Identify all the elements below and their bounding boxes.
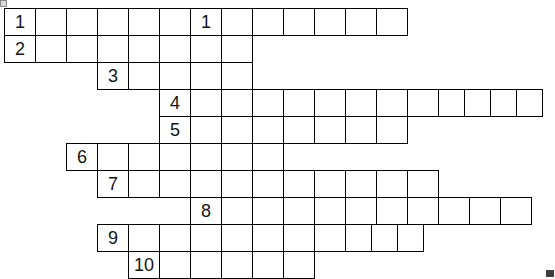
grid-row-6: 6 — [66, 143, 284, 171]
cell-r10c8[interactable] — [221, 251, 253, 279]
row-label-5[interactable]: 5 — [159, 116, 191, 144]
cell-r7c13[interactable] — [376, 170, 408, 198]
cell-r9c6[interactable] — [159, 224, 191, 252]
cell-r4c17[interactable] — [490, 89, 517, 117]
corner-mark-artifact — [546, 270, 554, 277]
cell-r3c6[interactable] — [159, 62, 191, 90]
cell-r5c7[interactable] — [190, 116, 222, 144]
solution-column-marker[interactable]: 1 — [190, 8, 222, 36]
cell-r7c6[interactable] — [159, 170, 191, 198]
cell-r4c14[interactable] — [407, 89, 439, 117]
cell-r9c9[interactable] — [252, 224, 284, 252]
cell-r2c7[interactable] — [190, 35, 222, 63]
cell-r7c7[interactable] — [190, 170, 222, 198]
cell-r6c7[interactable] — [190, 143, 222, 171]
cell-r7c12[interactable] — [345, 170, 377, 198]
cell-r8c11[interactable] — [314, 197, 346, 225]
row-label-6[interactable]: 6 — [66, 143, 98, 171]
grid-row-9: 9 — [97, 224, 424, 252]
cell-r5c13[interactable] — [376, 116, 408, 144]
row-label-10[interactable]: 10 — [128, 251, 160, 279]
cell-r8c8[interactable] — [221, 197, 253, 225]
cell-r7c10[interactable] — [283, 170, 315, 198]
cell-r8c12[interactable] — [345, 197, 377, 225]
cell-r7c11[interactable] — [314, 170, 346, 198]
cell-r9c14[interactable] — [397, 224, 424, 252]
cell-r10c9[interactable] — [252, 251, 284, 279]
cell-r1c11[interactable] — [314, 8, 346, 36]
cell-r6c6[interactable] — [159, 143, 191, 171]
cell-r4c13[interactable] — [376, 89, 408, 117]
cell-r6c8[interactable] — [221, 143, 253, 171]
cell-r2c4[interactable] — [97, 35, 129, 63]
row-label-8[interactable]: 8 — [190, 197, 222, 225]
cell-r1c4[interactable] — [97, 8, 129, 36]
cell-r6c5[interactable] — [128, 143, 160, 171]
cell-r6c4[interactable] — [97, 143, 129, 171]
cell-r9c8[interactable] — [221, 224, 253, 252]
cell-r7c14[interactable] — [407, 170, 439, 198]
cell-r10c7[interactable] — [190, 251, 222, 279]
cell-r4c10[interactable] — [283, 89, 315, 117]
cell-r9c12[interactable] — [345, 224, 372, 252]
cell-r10c6[interactable] — [159, 251, 191, 279]
cell-r4c9[interactable] — [252, 89, 284, 117]
cell-r5c10[interactable] — [283, 116, 315, 144]
cell-r1c5[interactable] — [128, 8, 160, 36]
cell-r7c5[interactable] — [128, 170, 160, 198]
row-label-7[interactable]: 7 — [97, 170, 129, 198]
cell-r5c8[interactable] — [221, 116, 253, 144]
grid-row-1: 11 — [4, 8, 408, 36]
cell-r4c11[interactable] — [314, 89, 346, 117]
cell-r2c8[interactable] — [221, 35, 253, 63]
cell-r5c11[interactable] — [314, 116, 346, 144]
cell-r4c16[interactable] — [464, 89, 491, 117]
grid-row-2: 2 — [4, 35, 253, 63]
cell-r10c10[interactable] — [283, 251, 315, 279]
cell-r1c2[interactable] — [35, 8, 67, 36]
row-label-3[interactable]: 3 — [97, 62, 129, 90]
cell-r5c12[interactable] — [345, 116, 377, 144]
cell-r4c12[interactable] — [345, 89, 377, 117]
cell-r9c7[interactable] — [190, 224, 222, 252]
cell-r2c5[interactable] — [128, 35, 160, 63]
cell-r8c14[interactable] — [407, 197, 439, 225]
cell-r7c8[interactable] — [221, 170, 253, 198]
grid-row-8: 8 — [190, 197, 532, 225]
cell-r2c2[interactable] — [35, 35, 67, 63]
grid-row-7: 7 — [97, 170, 439, 198]
cell-r4c7[interactable] — [190, 89, 222, 117]
cell-r4c15[interactable] — [438, 89, 465, 117]
cell-r1c6[interactable] — [159, 8, 191, 36]
grid-row-10: 10 — [128, 251, 315, 279]
cell-r3c7[interactable] — [190, 62, 222, 90]
cell-r8c15[interactable] — [438, 197, 470, 225]
resize-handle-artifact — [0, 0, 7, 7]
row-label-2[interactable]: 2 — [4, 35, 36, 63]
cell-r4c18[interactable] — [516, 89, 543, 117]
cell-r7c9[interactable] — [252, 170, 284, 198]
cell-r3c8[interactable] — [221, 62, 253, 90]
puzzle-canvas: 112345678910 — [0, 0, 555, 279]
cell-r1c10[interactable] — [283, 8, 315, 36]
cell-r9c13[interactable] — [371, 224, 398, 252]
cell-r1c12[interactable] — [345, 8, 377, 36]
cell-r5c9[interactable] — [252, 116, 284, 144]
cell-r8c16[interactable] — [469, 197, 501, 225]
row-label-4[interactable]: 4 — [159, 89, 191, 117]
cell-r8c9[interactable] — [252, 197, 284, 225]
grid-row-4: 4 — [159, 89, 543, 117]
grid-row-3: 3 — [97, 62, 253, 90]
cell-r6c9[interactable] — [252, 143, 284, 171]
cell-r9c11[interactable] — [314, 224, 346, 252]
cell-r8c13[interactable] — [376, 197, 408, 225]
grid-row-5: 5 — [159, 116, 408, 144]
cell-r8c17[interactable] — [500, 197, 532, 225]
cell-r8c10[interactable] — [283, 197, 315, 225]
cell-r2c6[interactable] — [159, 35, 191, 63]
cell-r1c9[interactable] — [252, 8, 284, 36]
cell-r1c8[interactable] — [221, 8, 253, 36]
cell-r4c8[interactable] — [221, 89, 253, 117]
cell-r9c5[interactable] — [128, 224, 160, 252]
cell-r9c10[interactable] — [283, 224, 315, 252]
cell-r1c3[interactable] — [66, 8, 98, 36]
cell-r2c3[interactable] — [66, 35, 98, 63]
cell-r3c5[interactable] — [128, 62, 160, 90]
row-label-9[interactable]: 9 — [97, 224, 129, 252]
row-label-1[interactable]: 1 — [4, 8, 36, 36]
cell-r1c13[interactable] — [376, 8, 408, 36]
